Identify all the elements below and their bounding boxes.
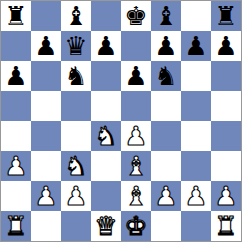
square-e3[interactable]: ♝ [121,151,151,181]
square-h2[interactable]: ♟ [211,181,241,211]
square-c7[interactable]: ♛ [61,31,91,61]
square-e6[interactable]: ♟ [121,61,151,91]
square-d1[interactable]: ♛ [91,211,121,241]
square-b2[interactable]: ♟ [31,181,61,211]
white-queen-icon: ♛ [94,211,117,241]
square-e4[interactable]: ♟ [121,121,151,151]
square-h6[interactable] [211,61,241,91]
square-b6[interactable] [31,61,61,91]
square-a8[interactable]: ♜ [1,1,31,31]
white-knight-icon: ♞ [94,121,117,151]
square-e8[interactable]: ♚ [121,1,151,31]
square-f4[interactable] [151,121,181,151]
square-f2[interactable]: ♟ [151,181,181,211]
square-c6[interactable]: ♞ [61,61,91,91]
square-b5[interactable] [31,91,61,121]
white-pawn-icon: ♟ [214,181,237,211]
square-g8[interactable] [181,1,211,31]
black-pawn-icon: ♟ [214,31,237,61]
black-rook-icon: ♜ [4,1,27,31]
white-rook-icon: ♜ [214,211,237,241]
white-knight-icon: ♞ [64,151,87,181]
square-f7[interactable]: ♟ [151,31,181,61]
square-d2[interactable] [91,181,121,211]
square-g6[interactable] [181,61,211,91]
white-pawn-icon: ♟ [184,181,207,211]
black-bishop-icon: ♝ [154,1,177,31]
chess-board: ♜♝♚♝♜♟♛♟♟♟♟♟♞♟♞♞♟♟♞♝♟♟♝♟♟♟♜♛♚♜ [0,0,242,242]
white-king-icon: ♚ [124,211,147,241]
square-a7[interactable] [1,31,31,61]
square-a3[interactable]: ♟ [1,151,31,181]
square-f6[interactable]: ♞ [151,61,181,91]
square-d6[interactable] [91,61,121,91]
square-b4[interactable] [31,121,61,151]
black-pawn-icon: ♟ [34,31,57,61]
square-b7[interactable]: ♟ [31,31,61,61]
black-queen-icon: ♛ [64,31,87,61]
square-e7[interactable] [121,31,151,61]
square-e1[interactable]: ♚ [121,211,151,241]
square-d5[interactable] [91,91,121,121]
square-f1[interactable] [151,211,181,241]
square-d8[interactable] [91,1,121,31]
white-pawn-icon: ♟ [34,181,57,211]
square-h4[interactable] [211,121,241,151]
black-rook-icon: ♜ [214,1,237,31]
white-bishop-icon: ♝ [124,181,147,211]
chess-diagram: ♜♝♚♝♜♟♛♟♟♟♟♟♞♟♞♞♟♟♞♝♟♟♝♟♟♟♜♛♚♜ [0,0,242,242]
square-c5[interactable] [61,91,91,121]
white-pawn-icon: ♟ [154,181,177,211]
square-a6[interactable]: ♟ [1,61,31,91]
white-bishop-icon: ♝ [124,151,147,181]
black-pawn-icon: ♟ [94,31,117,61]
square-d3[interactable] [91,151,121,181]
square-h7[interactable]: ♟ [211,31,241,61]
square-a5[interactable] [1,91,31,121]
square-c4[interactable] [61,121,91,151]
white-pawn-icon: ♟ [124,121,147,151]
square-c1[interactable] [61,211,91,241]
white-pawn-icon: ♟ [64,181,87,211]
black-pawn-icon: ♟ [154,31,177,61]
black-pawn-icon: ♟ [4,61,27,91]
square-g1[interactable] [181,211,211,241]
square-h8[interactable]: ♜ [211,1,241,31]
square-h1[interactable]: ♜ [211,211,241,241]
square-c2[interactable]: ♟ [61,181,91,211]
square-c8[interactable]: ♝ [61,1,91,31]
square-g3[interactable] [181,151,211,181]
square-b3[interactable] [31,151,61,181]
black-pawn-icon: ♟ [184,31,207,61]
white-rook-icon: ♜ [4,211,27,241]
square-f5[interactable] [151,91,181,121]
square-c3[interactable]: ♞ [61,151,91,181]
square-g5[interactable] [181,91,211,121]
square-d4[interactable]: ♞ [91,121,121,151]
square-g7[interactable]: ♟ [181,31,211,61]
square-a4[interactable] [1,121,31,151]
square-d7[interactable]: ♟ [91,31,121,61]
black-king-icon: ♚ [124,1,147,31]
square-b1[interactable] [31,211,61,241]
black-knight-icon: ♞ [64,61,87,91]
square-a1[interactable]: ♜ [1,211,31,241]
square-h5[interactable] [211,91,241,121]
square-e5[interactable] [121,91,151,121]
black-pawn-icon: ♟ [124,61,147,91]
square-g4[interactable] [181,121,211,151]
square-a2[interactable] [1,181,31,211]
black-knight-icon: ♞ [154,61,177,91]
white-pawn-icon: ♟ [4,151,27,181]
square-e2[interactable]: ♝ [121,181,151,211]
square-g2[interactable]: ♟ [181,181,211,211]
square-h3[interactable] [211,151,241,181]
square-f8[interactable]: ♝ [151,1,181,31]
square-b8[interactable] [31,1,61,31]
black-bishop-icon: ♝ [64,1,87,31]
square-f3[interactable] [151,151,181,181]
